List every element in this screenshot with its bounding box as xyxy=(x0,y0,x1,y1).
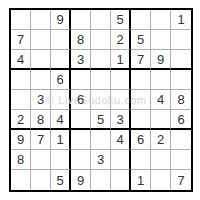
cell-r8c1[interactable]: 8 xyxy=(11,150,31,170)
cell-r2c3[interactable] xyxy=(51,30,71,50)
cell-r5c9[interactable]: 8 xyxy=(171,90,191,110)
given-digit: 4 xyxy=(56,112,63,127)
cell-r7c9[interactable] xyxy=(171,130,191,150)
cell-r4c5[interactable] xyxy=(91,70,111,90)
given-digit: 1 xyxy=(177,12,184,27)
cell-r6c5[interactable]: 5 xyxy=(91,110,111,130)
cell-r3c6[interactable]: 1 xyxy=(111,50,131,70)
given-digit: 7 xyxy=(37,132,44,147)
cell-r6c2[interactable]: 8 xyxy=(31,110,51,130)
cell-r1c9[interactable]: 1 xyxy=(171,10,191,30)
cell-r3c8[interactable]: 9 xyxy=(151,50,171,70)
cell-r3c4[interactable]: 3 xyxy=(71,50,91,70)
cell-r9c7[interactable]: 1 xyxy=(131,170,151,190)
cell-r1c1[interactable] xyxy=(11,10,31,30)
cell-r3c3[interactable] xyxy=(51,50,71,70)
given-digit: 6 xyxy=(177,112,184,127)
cell-r4c9[interactable] xyxy=(171,70,191,90)
given-digit: 1 xyxy=(137,173,144,188)
given-digit: 5 xyxy=(116,12,123,27)
cell-r8c3[interactable] xyxy=(51,150,71,170)
cell-r5c7[interactable] xyxy=(131,90,151,110)
cell-r1c3[interactable]: 9 xyxy=(51,10,71,30)
given-digit: 9 xyxy=(77,173,84,188)
cell-r2c2[interactable] xyxy=(31,30,51,50)
given-digit: 2 xyxy=(157,132,164,147)
cell-r7c8[interactable]: 2 xyxy=(151,130,171,150)
cell-r5c4[interactable]: 6 xyxy=(71,90,91,110)
cell-r4c4[interactable] xyxy=(71,70,91,90)
cell-r6c6[interactable]: 3 xyxy=(111,110,131,130)
cell-r9c2[interactable] xyxy=(31,170,51,190)
cell-r4c1[interactable] xyxy=(11,70,31,90)
given-digit: 9 xyxy=(56,12,63,27)
cell-r3c2[interactable] xyxy=(31,50,51,70)
cell-r8c8[interactable] xyxy=(151,150,171,170)
given-digit: 4 xyxy=(17,52,24,67)
given-digit: 2 xyxy=(116,32,123,47)
sudoku-board: 95178254317963648284536971462835917 xyxy=(9,8,193,192)
cell-r9c4[interactable]: 9 xyxy=(71,170,91,190)
given-digit: 6 xyxy=(56,72,63,87)
cell-r9c1[interactable] xyxy=(11,170,31,190)
cell-r4c6[interactable] xyxy=(111,70,131,90)
cell-r1c6[interactable]: 5 xyxy=(111,10,131,30)
cell-r9c5[interactable] xyxy=(91,170,111,190)
cell-r6c3[interactable]: 4 xyxy=(51,110,71,130)
cell-r7c3[interactable]: 1 xyxy=(51,130,71,150)
cell-r6c4[interactable] xyxy=(71,110,91,130)
given-digit: 4 xyxy=(157,92,164,107)
cell-r3c5[interactable] xyxy=(91,50,111,70)
given-digit: 3 xyxy=(77,52,84,67)
given-digit: 8 xyxy=(77,32,84,47)
given-digit: 1 xyxy=(56,132,63,147)
cell-r8c6[interactable] xyxy=(111,150,131,170)
given-digit: 7 xyxy=(137,52,144,67)
given-digit: 5 xyxy=(56,173,63,188)
cell-r5c2[interactable]: 3 xyxy=(31,90,51,110)
cell-r3c7[interactable]: 7 xyxy=(131,50,151,70)
given-digit: 1 xyxy=(116,52,123,67)
cell-r2c1[interactable]: 7 xyxy=(11,30,31,50)
cell-r1c2[interactable] xyxy=(31,10,51,30)
cell-r1c4[interactable] xyxy=(71,10,91,30)
cell-r2c5[interactable] xyxy=(91,30,111,50)
cell-r2c8[interactable] xyxy=(151,30,171,50)
given-digit: 7 xyxy=(17,32,24,47)
cell-r1c5[interactable] xyxy=(91,10,111,30)
cell-r4c2[interactable] xyxy=(31,70,51,90)
cell-r6c7[interactable] xyxy=(131,110,151,130)
cell-r6c8[interactable] xyxy=(151,110,171,130)
given-digit: 8 xyxy=(177,92,184,107)
cell-r2c7[interactable]: 5 xyxy=(131,30,151,50)
cell-r9c8[interactable] xyxy=(151,170,171,190)
cell-r2c6[interactable]: 2 xyxy=(111,30,131,50)
given-digit: 8 xyxy=(37,112,44,127)
cell-r8c4[interactable] xyxy=(71,150,91,170)
cell-r7c7[interactable]: 6 xyxy=(131,130,151,150)
cell-r9c9[interactable]: 7 xyxy=(171,170,191,190)
given-digit: 5 xyxy=(97,112,104,127)
cell-r8c7[interactable] xyxy=(131,150,151,170)
cell-r4c8[interactable] xyxy=(151,70,171,90)
cell-r7c4[interactable] xyxy=(71,130,91,150)
cell-r5c1[interactable] xyxy=(11,90,31,110)
cell-r8c2[interactable] xyxy=(31,150,51,170)
cell-r5c8[interactable]: 4 xyxy=(151,90,171,110)
given-digit: 8 xyxy=(17,152,24,167)
cell-r7c2[interactable]: 7 xyxy=(31,130,51,150)
given-digit: 9 xyxy=(17,132,24,147)
cell-r7c1[interactable]: 9 xyxy=(11,130,31,150)
cell-r4c3[interactable]: 6 xyxy=(51,70,71,90)
cell-r8c5[interactable]: 3 xyxy=(91,150,111,170)
given-digit: 3 xyxy=(37,92,44,107)
cell-r5c6[interactable] xyxy=(111,90,131,110)
cell-r9c6[interactable] xyxy=(111,170,131,190)
cell-r4c7[interactable] xyxy=(131,70,151,90)
cell-r5c5[interactable] xyxy=(91,90,111,110)
cell-r1c8[interactable] xyxy=(151,10,171,30)
given-digit: 4 xyxy=(116,132,123,147)
cell-r3c9[interactable] xyxy=(171,50,191,70)
cell-r2c4[interactable]: 8 xyxy=(71,30,91,50)
given-digit: 6 xyxy=(137,132,144,147)
given-digit: 2 xyxy=(17,112,24,127)
given-digit: 7 xyxy=(177,173,184,188)
given-digit: 9 xyxy=(157,52,164,67)
cell-r7c6[interactable]: 4 xyxy=(111,130,131,150)
given-digit: 3 xyxy=(97,152,104,167)
cell-r7c5[interactable] xyxy=(91,130,111,150)
cell-r8c9[interactable] xyxy=(171,150,191,170)
cell-r2c9[interactable] xyxy=(171,30,191,50)
given-digit: 3 xyxy=(116,112,123,127)
cell-r5c3[interactable] xyxy=(51,90,71,110)
cell-r6c9[interactable]: 6 xyxy=(171,110,191,130)
cell-r1c7[interactable] xyxy=(131,10,151,30)
cell-r9c3[interactable]: 5 xyxy=(51,170,71,190)
cell-r3c1[interactable]: 4 xyxy=(11,50,31,70)
given-digit: 6 xyxy=(77,92,84,107)
cell-r6c1[interactable]: 2 xyxy=(11,110,31,130)
given-digit: 5 xyxy=(137,32,144,47)
